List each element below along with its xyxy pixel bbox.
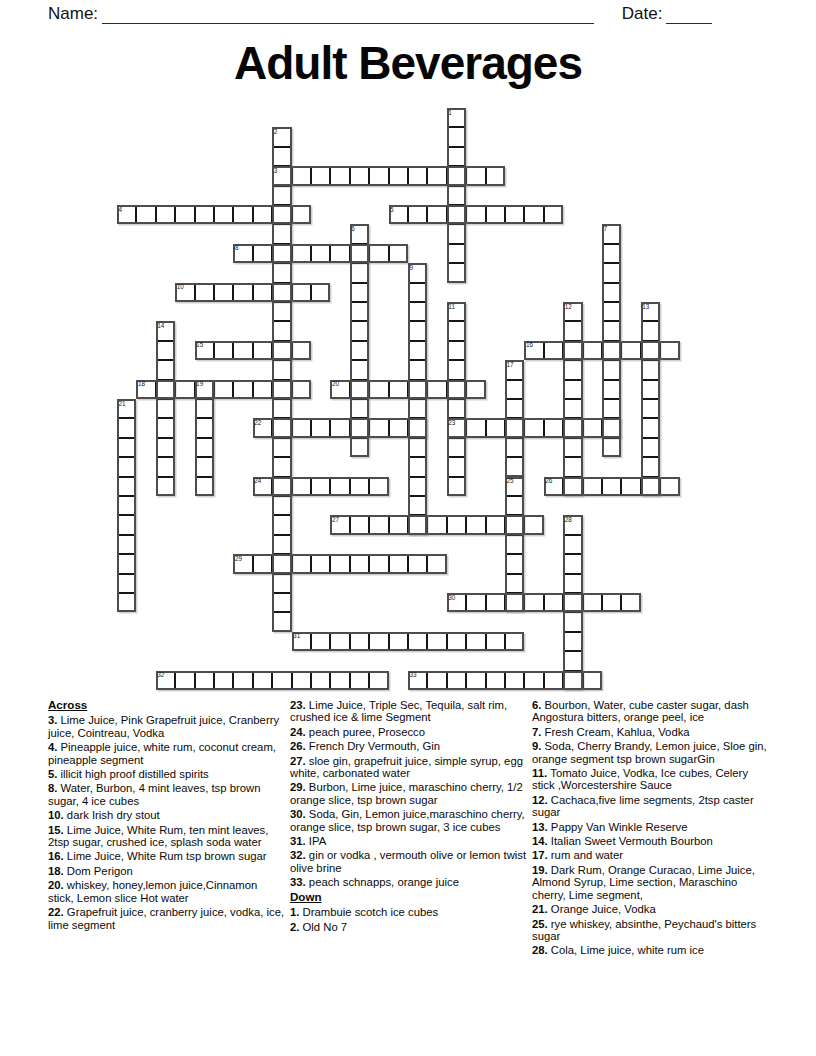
- grid-cell-r15c27[interactable]: [641, 399, 660, 418]
- grid-cell-r16c22[interactable]: [544, 418, 563, 437]
- grid-cell-r7c14[interactable]: [389, 244, 408, 263]
- grid-cell-r27c12[interactable]: [350, 632, 369, 651]
- grid-cell-r18c0[interactable]: [117, 457, 136, 476]
- grid-cell-r24c23[interactable]: [563, 574, 582, 593]
- grid-cell-r12c12[interactable]: [350, 341, 369, 360]
- grid-cell-r19c13[interactable]: [369, 477, 388, 496]
- grid-cell-r29c7[interactable]: [253, 671, 272, 690]
- grid-cell-r25c25[interactable]: [602, 593, 621, 612]
- grid-cell-r25c26[interactable]: [621, 593, 640, 612]
- grid-cell-r21c17[interactable]: [447, 515, 466, 534]
- grid-cell-r16c23[interactable]: [563, 418, 582, 437]
- grid-cell-r15c0[interactable]: [117, 399, 136, 418]
- grid-cell-r7c12[interactable]: [350, 244, 369, 263]
- grid-cell-r5c17[interactable]: [447, 205, 466, 224]
- grid-cell-r16c2[interactable]: [156, 418, 175, 437]
- grid-cell-r29c18[interactable]: [466, 671, 485, 690]
- grid-cell-r18c23[interactable]: [563, 457, 582, 476]
- grid-cell-r17c23[interactable]: [563, 438, 582, 457]
- grid-cell-r3c18[interactable]: [466, 166, 485, 185]
- grid-cell-r15c17[interactable]: [447, 399, 466, 418]
- grid-cell-r20c15[interactable]: [408, 496, 427, 515]
- grid-cell-r29c8[interactable]: [272, 671, 291, 690]
- grid-cell-r16c11[interactable]: [330, 418, 349, 437]
- grid-cell-r16c18[interactable]: [466, 418, 485, 437]
- grid-cell-r14c9[interactable]: [292, 380, 311, 399]
- grid-cell-r14c6[interactable]: [233, 380, 252, 399]
- grid-cell-r12c7[interactable]: [253, 341, 272, 360]
- grid-cell-r12c25[interactable]: [602, 341, 621, 360]
- grid-cell-r14c2[interactable]: [156, 380, 175, 399]
- grid-cell-r17c17[interactable]: [447, 438, 466, 457]
- grid-cell-r12c2[interactable]: [156, 341, 175, 360]
- grid-cell-r21c11[interactable]: [330, 515, 349, 534]
- grid-cell-r12c22[interactable]: [544, 341, 563, 360]
- grid-cell-r23c12[interactable]: [350, 554, 369, 573]
- grid-cell-r25c23[interactable]: [563, 593, 582, 612]
- grid-cell-r5c5[interactable]: [214, 205, 233, 224]
- clue-number: 8.: [48, 782, 61, 794]
- grid-cell-r7c9[interactable]: [292, 244, 311, 263]
- grid-cell-r15c15[interactable]: [408, 399, 427, 418]
- grid-cell-r23c8[interactable]: [272, 554, 291, 573]
- grid-cell-r3c13[interactable]: [369, 166, 388, 185]
- grid-cell-r14c25[interactable]: [602, 380, 621, 399]
- grid-cell-r25c21[interactable]: [524, 593, 543, 612]
- grid-cell-r12c15[interactable]: [408, 341, 427, 360]
- grid-cell-r3c8[interactable]: [272, 166, 291, 185]
- grid-cell-r29c20[interactable]: [505, 671, 524, 690]
- grid-cell-r11c17[interactable]: [447, 321, 466, 340]
- grid-cell-r8c8[interactable]: [272, 263, 291, 282]
- grid-cell-r3c9[interactable]: [292, 166, 311, 185]
- grid-cell-r28c23[interactable]: [563, 651, 582, 670]
- grid-cell-r25c0[interactable]: [117, 593, 136, 612]
- grid-cell-r23c13[interactable]: [369, 554, 388, 573]
- grid-cell-r19c9[interactable]: [292, 477, 311, 496]
- grid-cell-r7c13[interactable]: [369, 244, 388, 263]
- grid-cell-r10c15[interactable]: [408, 302, 427, 321]
- grid-cell-r15c4[interactable]: [195, 399, 214, 418]
- grid-cell-r27c16[interactable]: [427, 632, 446, 651]
- grid-cell-r12c28[interactable]: [660, 341, 679, 360]
- name-blank-line[interactable]: [102, 5, 594, 24]
- grid-cell-r12c4[interactable]: [195, 341, 214, 360]
- grid-cell-r12c21[interactable]: [524, 341, 543, 360]
- grid-cell-r19c28[interactable]: [660, 477, 679, 496]
- grid-cell-r10c27[interactable]: [641, 302, 660, 321]
- grid-cell-r16c9[interactable]: [292, 418, 311, 437]
- grid-cell-r11c25[interactable]: [602, 321, 621, 340]
- grid-cell-r19c2[interactable]: [156, 477, 175, 496]
- grid-cell-r14c5[interactable]: [214, 380, 233, 399]
- grid-cell-r5c15[interactable]: [408, 205, 427, 224]
- grid-cell-r12c5[interactable]: [214, 341, 233, 360]
- grid-cell-r25c24[interactable]: [583, 593, 602, 612]
- clue-item-12: 12. Cachaca,five lime segments, 2tsp cas…: [532, 794, 770, 819]
- grid-cell-r15c2[interactable]: [156, 399, 175, 418]
- grid-cell-r8c12[interactable]: [350, 263, 369, 282]
- grid-cell-r18c2[interactable]: [156, 457, 175, 476]
- grid-cell-r29c17[interactable]: [447, 671, 466, 690]
- grid-cell-r12c24[interactable]: [583, 341, 602, 360]
- grid-cell-r3c12[interactable]: [350, 166, 369, 185]
- grid-cell-r21c18[interactable]: [466, 515, 485, 534]
- grid-cell-r29c12[interactable]: [350, 671, 369, 690]
- grid-cell-r4c17[interactable]: [447, 186, 466, 205]
- clue-item-26: 26. French Dry Vermouth, Gin: [290, 740, 528, 752]
- grid-cell-r22c20[interactable]: [505, 535, 524, 554]
- grid-cell-r23c16[interactable]: [427, 554, 446, 573]
- grid-cell-r10c8[interactable]: [272, 302, 291, 321]
- grid-cell-r12c26[interactable]: [621, 341, 640, 360]
- grid-cell-r9c15[interactable]: [408, 283, 427, 302]
- grid-cell-r9c9[interactable]: [292, 283, 311, 302]
- grid-cell-r18c15[interactable]: [408, 457, 427, 476]
- grid-cell-r3c10[interactable]: [311, 166, 330, 185]
- grid-cell-r14c18[interactable]: [466, 380, 485, 399]
- grid-cell-r9c25[interactable]: [602, 283, 621, 302]
- grid-cell-r24c20[interactable]: [505, 574, 524, 593]
- grid-cell-r21c8[interactable]: [272, 515, 291, 534]
- grid-cell-r20c0[interactable]: [117, 496, 136, 515]
- grid-cell-r23c7[interactable]: [253, 554, 272, 573]
- grid-cell-r27c13[interactable]: [369, 632, 388, 651]
- grid-cell-r7c17[interactable]: [447, 244, 466, 263]
- grid-cell-r19c26[interactable]: [621, 477, 640, 496]
- grid-cell-r16c4[interactable]: [195, 418, 214, 437]
- grid-cell-r25c20[interactable]: [505, 593, 524, 612]
- grid-cell-r27c10[interactable]: [311, 632, 330, 651]
- grid-cell-r5c16[interactable]: [427, 205, 446, 224]
- grid-cell-r13c23[interactable]: [563, 360, 582, 379]
- grid-cell-r27c14[interactable]: [389, 632, 408, 651]
- grid-cell-r23c0[interactable]: [117, 554, 136, 573]
- date-blank-line[interactable]: [666, 5, 712, 24]
- grid-cell-r1c8[interactable]: [272, 127, 291, 146]
- grid-cell-r16c19[interactable]: [486, 418, 505, 437]
- grid-cell-r19c24[interactable]: [583, 477, 602, 496]
- grid-cell-r19c22[interactable]: [544, 477, 563, 496]
- grid-cell-r9c6[interactable]: [233, 283, 252, 302]
- grid-cell-r19c12[interactable]: [350, 477, 369, 496]
- grid-cell-r16c21[interactable]: [524, 418, 543, 437]
- grid-cell-r27c17[interactable]: [447, 632, 466, 651]
- grid-cell-r9c10[interactable]: [311, 283, 330, 302]
- grid-cell-r25c18[interactable]: [466, 593, 485, 612]
- grid-cell-r13c25[interactable]: [602, 360, 621, 379]
- grid-cell-r14c8[interactable]: [272, 380, 291, 399]
- grid-cell-r21c20[interactable]: [505, 515, 524, 534]
- grid-cell-r12c27[interactable]: [641, 341, 660, 360]
- grid-cell-r5c2[interactable]: [156, 205, 175, 224]
- grid-cell-r14c12[interactable]: [350, 380, 369, 399]
- grid-cell-r16c10[interactable]: [311, 418, 330, 437]
- grid-cell-r21c15[interactable]: [408, 515, 427, 534]
- grid-cell-r13c15[interactable]: [408, 360, 427, 379]
- grid-cell-r19c25[interactable]: [602, 477, 621, 496]
- grid-cell-r6c17[interactable]: [447, 224, 466, 243]
- grid-cell-r22c0[interactable]: [117, 535, 136, 554]
- grid-cell-r6c25[interactable]: [602, 224, 621, 243]
- grid-cell-r23c9[interactable]: [292, 554, 311, 573]
- grid-cell-r29c6[interactable]: [233, 671, 252, 690]
- grid-cell-r2c8[interactable]: [272, 147, 291, 166]
- grid-cell-r5c4[interactable]: [195, 205, 214, 224]
- grid-cell-r5c22[interactable]: [544, 205, 563, 224]
- grid-cell-r29c16[interactable]: [427, 671, 446, 690]
- grid-cell-r16c20[interactable]: [505, 418, 524, 437]
- grid-cell-r19c10[interactable]: [311, 477, 330, 496]
- grid-cell-r17c25[interactable]: [602, 438, 621, 457]
- grid-cell-r29c2[interactable]: [156, 671, 175, 690]
- grid-cell-r17c20[interactable]: [505, 438, 524, 457]
- grid-cell-r25c17[interactable]: [447, 593, 466, 612]
- grid-cell-r20c20[interactable]: [505, 496, 524, 515]
- grid-cell-r8c15[interactable]: [408, 263, 427, 282]
- grid-cell-r12c9[interactable]: [292, 341, 311, 360]
- grid-cell-r29c13[interactable]: [369, 671, 388, 690]
- grid-cell-r14c1[interactable]: [136, 380, 155, 399]
- grid-cell-r18c4[interactable]: [195, 457, 214, 476]
- grid-cell-r7c8[interactable]: [272, 244, 291, 263]
- grid-cell-r22c8[interactable]: [272, 535, 291, 554]
- grid-cell-r8c25[interactable]: [602, 263, 621, 282]
- grid-cell-r27c11[interactable]: [330, 632, 349, 651]
- grid-cell-r16c27[interactable]: [641, 418, 660, 437]
- grid-cell-r11c2[interactable]: [156, 321, 175, 340]
- grid-cell-r27c23[interactable]: [563, 632, 582, 651]
- grid-cell-r27c9[interactable]: [292, 632, 311, 651]
- grid-cell-r29c9[interactable]: [292, 671, 311, 690]
- grid-cell-r2c17[interactable]: [447, 147, 466, 166]
- grid-cell-r25c22[interactable]: [544, 593, 563, 612]
- grid-cell-r14c16[interactable]: [427, 380, 446, 399]
- grid-cell-r11c12[interactable]: [350, 321, 369, 340]
- grid-cell-r26c8[interactable]: [272, 612, 291, 631]
- grid-cell-r27c19[interactable]: [486, 632, 505, 651]
- grid-cell-r12c23[interactable]: [563, 341, 582, 360]
- grid-cell-r17c0[interactable]: [117, 438, 136, 457]
- grid-cell-r17c27[interactable]: [641, 438, 660, 457]
- grid-cell-r23c20[interactable]: [505, 554, 524, 573]
- grid-cell-r7c7[interactable]: [253, 244, 272, 263]
- grid-cell-r9c8[interactable]: [272, 283, 291, 302]
- grid-cell-r15c25[interactable]: [602, 399, 621, 418]
- grid-cell-r23c14[interactable]: [389, 554, 408, 573]
- grid-cell-r1c17[interactable]: [447, 127, 466, 146]
- grid-cell-r23c23[interactable]: [563, 554, 582, 573]
- grid-cell-r11c23[interactable]: [563, 321, 582, 340]
- grid-cell-r5c1[interactable]: [136, 205, 155, 224]
- grid-cell-r5c3[interactable]: [175, 205, 194, 224]
- grid-cell-r16c24[interactable]: [583, 418, 602, 437]
- grid-cell-r23c10[interactable]: [311, 554, 330, 573]
- grid-cell-r29c11[interactable]: [330, 671, 349, 690]
- grid-cell-r13c17[interactable]: [447, 360, 466, 379]
- grid-cell-r15c23[interactable]: [563, 399, 582, 418]
- grid-cell-r11c27[interactable]: [641, 321, 660, 340]
- grid-cell-r3c11[interactable]: [330, 166, 349, 185]
- grid-cell-r5c6[interactable]: [233, 205, 252, 224]
- grid-cell-r12c17[interactable]: [447, 341, 466, 360]
- grid-cell-r4c8[interactable]: [272, 186, 291, 205]
- grid-cell-r11c15[interactable]: [408, 321, 427, 340]
- grid-cell-r19c20[interactable]: [505, 477, 524, 496]
- grid-cell-r14c3[interactable]: [175, 380, 194, 399]
- grid-cell-r21c13[interactable]: [369, 515, 388, 534]
- grid-cell-r29c15[interactable]: [408, 671, 427, 690]
- grid-cell-r19c4[interactable]: [195, 477, 214, 496]
- grid-cell-r14c11[interactable]: [330, 380, 349, 399]
- grid-cell-r29c24[interactable]: [583, 671, 602, 690]
- grid-cell-r29c19[interactable]: [486, 671, 505, 690]
- grid-cell-r29c3[interactable]: [175, 671, 194, 690]
- grid-cell-r14c17[interactable]: [447, 380, 466, 399]
- grid-cell-r24c8[interactable]: [272, 574, 291, 593]
- grid-cell-r23c11[interactable]: [330, 554, 349, 573]
- grid-cell-r6c12[interactable]: [350, 224, 369, 243]
- grid-cell-r9c3[interactable]: [175, 283, 194, 302]
- grid-cell-r7c25[interactable]: [602, 244, 621, 263]
- grid-cell-r10c12[interactable]: [350, 302, 369, 321]
- grid-cell-r19c17[interactable]: [447, 477, 466, 496]
- grid-cell-r21c0[interactable]: [117, 515, 136, 534]
- grid-cell-r5c18[interactable]: [466, 205, 485, 224]
- grid-cell-r14c7[interactable]: [253, 380, 272, 399]
- grid-cell-r8c17[interactable]: [447, 263, 466, 282]
- grid-cell-r29c5[interactable]: [214, 671, 233, 690]
- grid-cell-r21c19[interactable]: [486, 515, 505, 534]
- grid-cell-r11c8[interactable]: [272, 321, 291, 340]
- grid-cell-r14c13[interactable]: [369, 380, 388, 399]
- grid-cell-r5c0[interactable]: [117, 205, 136, 224]
- grid-cell-r15c20[interactable]: [505, 399, 524, 418]
- grid-cell-r5c14[interactable]: [389, 205, 408, 224]
- grid-cell-r19c11[interactable]: [330, 477, 349, 496]
- grid-cell-r14c20[interactable]: [505, 380, 524, 399]
- grid-cell-r18c8[interactable]: [272, 457, 291, 476]
- grid-cell-r12c6[interactable]: [233, 341, 252, 360]
- grid-cell-r13c12[interactable]: [350, 360, 369, 379]
- grid-cell-r5c9[interactable]: [292, 205, 311, 224]
- grid-cell-r18c17[interactable]: [447, 457, 466, 476]
- grid-cell-r21c12[interactable]: [350, 515, 369, 534]
- grid-cell-r20c8[interactable]: [272, 496, 291, 515]
- grid-cell-r13c27[interactable]: [641, 360, 660, 379]
- grid-cell-r17c8[interactable]: [272, 438, 291, 457]
- grid-cell-r3c14[interactable]: [389, 166, 408, 185]
- grid-cell-r7c6[interactable]: [233, 244, 252, 263]
- grid-cell-r18c20[interactable]: [505, 457, 524, 476]
- grid-cell-r29c10[interactable]: [311, 671, 330, 690]
- grid-cell-r21c16[interactable]: [427, 515, 446, 534]
- grid-cell-r7c10[interactable]: [311, 244, 330, 263]
- grid-cell-r14c27[interactable]: [641, 380, 660, 399]
- grid-cell-r5c19[interactable]: [486, 205, 505, 224]
- grid-cell-r3c19[interactable]: [486, 166, 505, 185]
- grid-cell-r14c4[interactable]: [195, 380, 214, 399]
- grid-cell-r16c12[interactable]: [350, 418, 369, 437]
- grid-cell-r19c15[interactable]: [408, 477, 427, 496]
- grid-cell-r10c17[interactable]: [447, 302, 466, 321]
- grid-cell-r16c0[interactable]: [117, 418, 136, 437]
- grid-cell-r6c8[interactable]: [272, 224, 291, 243]
- grid-cell-r10c23[interactable]: [563, 302, 582, 321]
- grid-cell-r18c27[interactable]: [641, 457, 660, 476]
- grid-cell-r3c15[interactable]: [408, 166, 427, 185]
- grid-cell-r22c23[interactable]: [563, 535, 582, 554]
- grid-cell-r9c4[interactable]: [195, 283, 214, 302]
- grid-cell-r5c21[interactable]: [524, 205, 543, 224]
- grid-cell-r14c15[interactable]: [408, 380, 427, 399]
- grid-cell-r3c16[interactable]: [427, 166, 446, 185]
- grid-cell-r17c12[interactable]: [350, 438, 369, 457]
- grid-cell-r29c21[interactable]: [524, 671, 543, 690]
- grid-cell-r5c8[interactable]: [272, 205, 291, 224]
- grid-cell-r9c5[interactable]: [214, 283, 233, 302]
- grid-cell-r17c2[interactable]: [156, 438, 175, 457]
- grid-cell-r16c14[interactable]: [389, 418, 408, 437]
- grid-cell-r19c8[interactable]: [272, 477, 291, 496]
- grid-cell-r29c4[interactable]: [195, 671, 214, 690]
- grid-cell-r3c17[interactable]: [447, 166, 466, 185]
- grid-cell-r14c23[interactable]: [563, 380, 582, 399]
- grid-cell-r16c13[interactable]: [369, 418, 388, 437]
- grid-cell-r13c2[interactable]: [156, 360, 175, 379]
- grid-cell-r24c0[interactable]: [117, 574, 136, 593]
- grid-cell-r26c23[interactable]: [563, 612, 582, 631]
- grid-cell-r21c21[interactable]: [524, 515, 543, 534]
- grid-cell-r21c23[interactable]: [563, 515, 582, 534]
- grid-cell-r9c12[interactable]: [350, 283, 369, 302]
- grid-cell-r25c8[interactable]: [272, 593, 291, 612]
- grid-cell-r16c7[interactable]: [253, 418, 272, 437]
- grid-cell-r27c15[interactable]: [408, 632, 427, 651]
- grid-cell-r5c20[interactable]: [505, 205, 524, 224]
- grid-cell-r13c8[interactable]: [272, 360, 291, 379]
- grid-cell-r15c8[interactable]: [272, 399, 291, 418]
- grid-cell-r19c27[interactable]: [641, 477, 660, 496]
- grid-cell-r25c19[interactable]: [486, 593, 505, 612]
- grid-cell-r9c7[interactable]: [253, 283, 272, 302]
- grid-cell-r14c14[interactable]: [389, 380, 408, 399]
- grid-cell-r19c23[interactable]: [563, 477, 582, 496]
- grid-cell-r27c18[interactable]: [466, 632, 485, 651]
- grid-cell-r17c4[interactable]: [195, 438, 214, 457]
- grid-cell-r27c20[interactable]: [505, 632, 524, 651]
- grid-cell-r15c12[interactable]: [350, 399, 369, 418]
- grid-cell-r16c17[interactable]: [447, 418, 466, 437]
- grid-cell-r0c17[interactable]: [447, 108, 466, 127]
- grid-cell-r19c0[interactable]: [117, 477, 136, 496]
- grid-cell-r12c8[interactable]: [272, 341, 291, 360]
- grid-cell-r23c15[interactable]: [408, 554, 427, 573]
- grid-cell-r16c25[interactable]: [602, 418, 621, 437]
- grid-cell-r29c22[interactable]: [544, 671, 563, 690]
- grid-cell-r13c20[interactable]: [505, 360, 524, 379]
- grid-cell-r10c25[interactable]: [602, 302, 621, 321]
- grid-cell-r5c7[interactable]: [253, 205, 272, 224]
- grid-cell-r7c11[interactable]: [330, 244, 349, 263]
- grid-cell-r21c14[interactable]: [389, 515, 408, 534]
- grid-cell-r19c7[interactable]: [253, 477, 272, 496]
- grid-cell-r29c23[interactable]: [563, 671, 582, 690]
- grid-cell-r16c8[interactable]: [272, 418, 291, 437]
- grid-cell-r23c6[interactable]: [233, 554, 252, 573]
- grid-cell-r17c15[interactable]: [408, 438, 427, 457]
- grid-cell-r16c15[interactable]: [408, 418, 427, 437]
